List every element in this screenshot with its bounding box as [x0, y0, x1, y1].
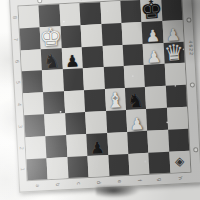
square-c4[interactable]	[64, 90, 86, 113]
square-h2[interactable]	[168, 129, 190, 152]
square-b3[interactable]	[45, 113, 67, 136]
square-b2[interactable]	[46, 135, 68, 158]
square-f8[interactable]	[120, 0, 142, 23]
square-c2[interactable]	[66, 134, 88, 157]
square-h6[interactable]: ♛	[163, 41, 185, 64]
square-h8[interactable]	[161, 0, 183, 21]
piece-white-king[interactable]: ♚	[39, 24, 63, 50]
rank-label: 6	[6, 56, 28, 65]
piece-black-pawn[interactable]: ♟	[65, 54, 80, 71]
square-c7[interactable]	[60, 25, 82, 48]
piece-white-pawn[interactable]: ♟	[129, 116, 144, 133]
snap-hole-icon	[187, 18, 190, 21]
snap-hole-icon	[191, 83, 194, 86]
square-e2[interactable]	[107, 132, 129, 155]
square-g8[interactable]: ♚	[141, 0, 163, 22]
square-e6[interactable]	[102, 45, 124, 68]
rank-label: 3	[10, 122, 32, 131]
rank-label: 1	[12, 165, 34, 174]
piece-white-queen[interactable]: ♛	[164, 42, 185, 65]
square-e4[interactable]: ♝	[105, 88, 127, 111]
square-e8[interactable]	[100, 1, 122, 24]
piece-black-knight[interactable]: ♞	[127, 91, 145, 111]
square-d7[interactable]	[81, 24, 103, 47]
square-f7[interactable]	[121, 22, 143, 45]
piece-black-knight[interactable]: ♞	[43, 52, 61, 72]
square-g2[interactable]	[148, 130, 170, 153]
square-b7[interactable]: ♚	[40, 26, 62, 49]
square-g3[interactable]	[146, 108, 168, 131]
snap-hole-icon	[38, 0, 41, 2]
square-g4[interactable]	[145, 86, 167, 109]
square-e3[interactable]	[106, 110, 128, 133]
square-g6[interactable]: ♟	[143, 43, 165, 66]
rank-label: 5	[7, 78, 29, 87]
square-b4[interactable]	[43, 91, 65, 114]
square-g5[interactable]	[144, 64, 166, 87]
piece-white-pawn[interactable]: ♟	[145, 28, 160, 45]
square-d6[interactable]	[82, 46, 104, 69]
piece-white-bishop[interactable]: ♝	[105, 90, 125, 112]
square-h3[interactable]	[167, 107, 189, 130]
piece-white-pawn[interactable]: ♟	[146, 49, 161, 66]
chessboard[interactable]: ♚♚♟♟♞♟♟♛♝♞♟♟◈	[19, 0, 191, 181]
square-d5[interactable]	[83, 67, 105, 90]
square-h7[interactable]: ♟	[162, 20, 184, 43]
square-f6[interactable]	[123, 44, 145, 67]
square-e7[interactable]	[101, 23, 123, 46]
square-e5[interactable]	[103, 66, 125, 89]
rank-label: 8	[4, 13, 26, 22]
square-d3[interactable]	[85, 111, 107, 134]
square-f3[interactable]: ♟	[126, 109, 148, 132]
chessboard-photo: ♚♚♟♟♞♟♟♛♝♞♟♟◈ 87654321 abcdefgh 4622	[9, 0, 200, 193]
square-c3[interactable]	[65, 112, 87, 135]
rank-label: 4	[9, 100, 31, 109]
square-f5[interactable]	[124, 65, 146, 88]
snap-hole-icon	[194, 148, 197, 151]
square-f4[interactable]: ♞	[125, 87, 147, 110]
square-d2[interactable]: ♟	[86, 133, 108, 156]
shadow-smudge	[96, 186, 140, 198]
square-b6[interactable]: ♞	[41, 48, 63, 71]
square-c6[interactable]: ♟	[62, 47, 84, 70]
border-code-text: 4622	[185, 40, 194, 56]
square-d4[interactable]	[84, 89, 106, 112]
square-c8[interactable]	[59, 3, 81, 26]
piece-black-pawn[interactable]: ♟	[90, 140, 105, 157]
square-b5[interactable]	[42, 70, 64, 93]
square-h5[interactable]	[164, 63, 186, 86]
square-f2[interactable]	[127, 131, 149, 154]
piece-black-king[interactable]: ♚	[140, 0, 164, 23]
rank-label: 7	[5, 35, 27, 44]
square-d8[interactable]	[80, 2, 102, 25]
square-c5[interactable]	[63, 69, 85, 92]
rank-label: 2	[11, 143, 33, 152]
square-h4[interactable]	[166, 85, 188, 108]
